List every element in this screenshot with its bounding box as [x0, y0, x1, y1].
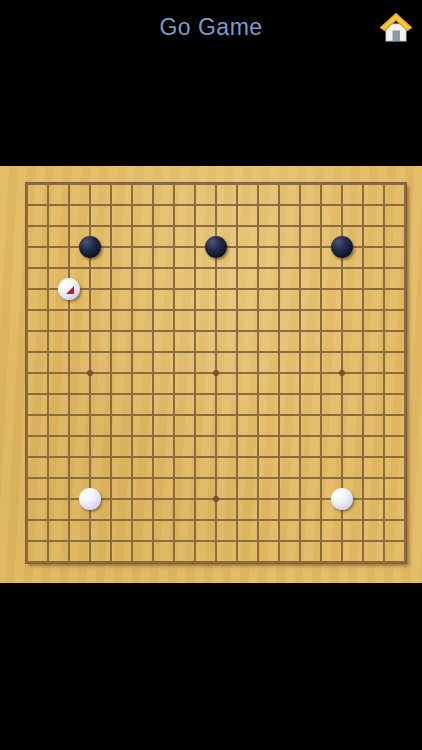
stone-white — [331, 488, 353, 510]
star-point — [87, 370, 93, 376]
home-icon — [378, 9, 414, 45]
app-header: Go Game — [0, 0, 422, 55]
page-title: Go Game — [159, 14, 262, 41]
stone-black — [205, 236, 227, 258]
stone-white — [58, 278, 80, 300]
stone-white — [79, 488, 101, 510]
star-point — [339, 370, 345, 376]
home-button[interactable] — [378, 9, 414, 45]
star-point — [213, 370, 219, 376]
stone-black — [331, 236, 353, 258]
app-screen: Go Game — [0, 0, 422, 750]
stone-black — [79, 236, 101, 258]
board-grid[interactable] — [26, 183, 406, 563]
go-board — [0, 166, 422, 583]
star-point — [213, 496, 219, 502]
last-move-marker — [66, 286, 74, 294]
